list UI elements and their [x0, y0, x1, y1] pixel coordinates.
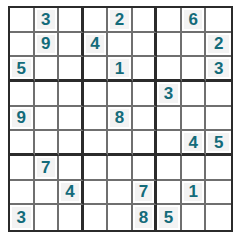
given-digit: 3 [17, 209, 26, 226]
cell-r2c7[interactable] [157, 33, 182, 58]
cell-r6c6[interactable] [133, 131, 158, 156]
given-digit: 2 [115, 11, 124, 28]
given-digit: 1 [115, 60, 124, 77]
cell-r2c9: 2 [206, 33, 231, 58]
cell-r3c2[interactable] [35, 57, 60, 82]
cell-r3c8[interactable] [182, 57, 207, 82]
given-digit: 4 [65, 183, 74, 200]
cell-r5c5: 8 [108, 107, 133, 132]
given-digit: 7 [139, 183, 148, 200]
given-digit: 8 [139, 209, 148, 226]
cell-r1c6[interactable] [133, 8, 158, 33]
cell-r9c4[interactable] [84, 205, 109, 230]
cell-r3c5: 1 [108, 57, 133, 82]
cell-r7c4[interactable] [84, 156, 109, 181]
cell-r8c3: 4 [59, 181, 84, 206]
given-digit: 9 [41, 35, 50, 52]
given-digit: 1 [188, 183, 197, 200]
cell-r8c2[interactable] [35, 181, 60, 206]
cell-r1c7[interactable] [157, 8, 182, 33]
given-digit: 8 [115, 109, 124, 126]
cell-r1c2: 3 [35, 8, 60, 33]
cell-r7c3[interactable] [59, 156, 84, 181]
cell-r8c5[interactable] [108, 181, 133, 206]
sudoku-page: 326942513398457471385 [0, 0, 240, 240]
cell-r5c8[interactable] [182, 107, 207, 132]
cell-r4c2[interactable] [35, 82, 60, 107]
cell-r7c5[interactable] [108, 156, 133, 181]
given-digit: 9 [17, 109, 26, 126]
cell-r1c3[interactable] [59, 8, 84, 33]
cell-r4c3[interactable] [59, 82, 84, 107]
cell-r1c5: 2 [108, 8, 133, 33]
given-digit: 3 [164, 85, 173, 102]
cell-r3c1: 5 [10, 57, 35, 82]
given-digit: 7 [41, 159, 50, 176]
cell-r6c7[interactable] [157, 131, 182, 156]
cell-r7c7[interactable] [157, 156, 182, 181]
cell-r2c6[interactable] [133, 33, 158, 58]
cell-r1c4[interactable] [84, 8, 109, 33]
cell-r5c4[interactable] [84, 107, 109, 132]
cell-r3c3[interactable] [59, 57, 84, 82]
cell-r6c2[interactable] [35, 131, 60, 156]
given-digit: 5 [164, 209, 173, 226]
cell-r6c4[interactable] [84, 131, 109, 156]
cell-r9c9[interactable] [206, 205, 231, 230]
cell-r9c6: 8 [133, 205, 158, 230]
given-digit: 3 [41, 11, 50, 28]
cell-r4c4[interactable] [84, 82, 109, 107]
cell-r1c9[interactable] [206, 8, 231, 33]
cell-r4c7: 3 [157, 82, 182, 107]
cell-r2c3[interactable] [59, 33, 84, 58]
cell-r9c5[interactable] [108, 205, 133, 230]
cell-r3c4[interactable] [84, 57, 109, 82]
sudoku-board: 326942513398457471385 [8, 6, 233, 232]
cell-r7c8[interactable] [182, 156, 207, 181]
cell-r3c6[interactable] [133, 57, 158, 82]
cell-r6c9: 5 [206, 131, 231, 156]
cell-r6c1[interactable] [10, 131, 35, 156]
cell-r9c2[interactable] [35, 205, 60, 230]
cell-r5c1: 9 [10, 107, 35, 132]
cell-r2c8[interactable] [182, 33, 207, 58]
cell-r8c9[interactable] [206, 181, 231, 206]
cell-r8c7[interactable] [157, 181, 182, 206]
cell-r3c9: 3 [206, 57, 231, 82]
cell-r6c8: 4 [182, 131, 207, 156]
cell-r9c8[interactable] [182, 205, 207, 230]
cell-r5c9[interactable] [206, 107, 231, 132]
cell-r9c1: 3 [10, 205, 35, 230]
cell-r2c4: 4 [84, 33, 109, 58]
given-digit: 4 [90, 35, 99, 52]
cell-r9c7: 5 [157, 205, 182, 230]
cell-r7c1[interactable] [10, 156, 35, 181]
cell-r4c5[interactable] [108, 82, 133, 107]
cell-r7c2: 7 [35, 156, 60, 181]
cell-r2c5[interactable] [108, 33, 133, 58]
cell-r1c1[interactable] [10, 8, 35, 33]
cell-r3c7[interactable] [157, 57, 182, 82]
cell-r8c6: 7 [133, 181, 158, 206]
given-digit: 5 [17, 60, 26, 77]
cell-r8c1[interactable] [10, 181, 35, 206]
cell-r5c7[interactable] [157, 107, 182, 132]
cell-r4c1[interactable] [10, 82, 35, 107]
cell-r5c2[interactable] [35, 107, 60, 132]
given-digit: 2 [214, 35, 223, 52]
cell-r4c6[interactable] [133, 82, 158, 107]
given-digit: 4 [188, 134, 197, 151]
cell-r9c3[interactable] [59, 205, 84, 230]
cell-r8c4[interactable] [84, 181, 109, 206]
cell-r4c8[interactable] [182, 82, 207, 107]
cell-r2c2: 9 [35, 33, 60, 58]
cell-r5c6[interactable] [133, 107, 158, 132]
given-digit: 5 [214, 134, 223, 151]
cell-r2c1[interactable] [10, 33, 35, 58]
cell-r8c8: 1 [182, 181, 207, 206]
cell-r5c3[interactable] [59, 107, 84, 132]
cell-r6c5[interactable] [108, 131, 133, 156]
cell-r4c9[interactable] [206, 82, 231, 107]
cell-r7c9[interactable] [206, 156, 231, 181]
cell-r6c3[interactable] [59, 131, 84, 156]
given-digit: 6 [188, 11, 197, 28]
given-digit: 3 [214, 60, 223, 77]
cell-r1c8: 6 [182, 8, 207, 33]
cell-r7c6[interactable] [133, 156, 158, 181]
